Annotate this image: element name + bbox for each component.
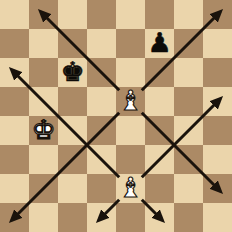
piece-white-bishop-e5[interactable]: ♝ — [116, 86, 145, 115]
piece-black-king-c6[interactable]: ♚ — [58, 57, 87, 86]
piece-white-bishop-e2[interactable]: ♝ — [116, 173, 145, 202]
piece-white-king-b4[interactable]: ♚ — [29, 115, 58, 144]
pieces-layer: ♟♚♝♚♝ — [0, 0, 232, 232]
piece-black-pawn-f7[interactable]: ♟ — [145, 28, 174, 57]
chess-board: ♟♚♝♚♝ — [0, 0, 232, 232]
